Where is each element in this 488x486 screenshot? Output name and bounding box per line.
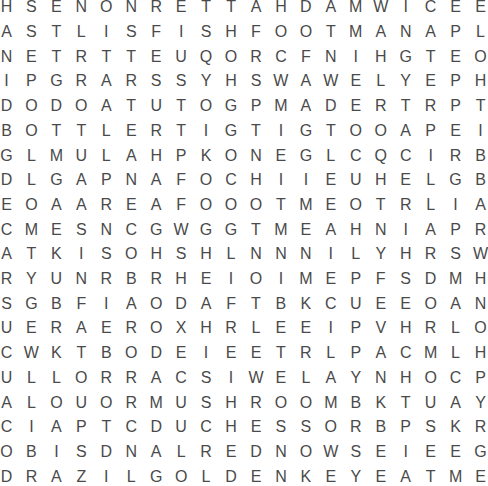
grid-cell[interactable]: N [368,366,393,391]
grid-cell[interactable]: B [368,415,393,440]
grid-cell[interactable]: L [418,193,443,218]
grid-cell[interactable]: T [244,119,269,144]
grid-cell[interactable]: N [244,143,269,168]
grid-cell[interactable]: T [119,44,144,69]
grid-cell[interactable]: A [293,69,318,94]
grid-cell[interactable]: M [293,267,318,292]
grid-cell[interactable]: N [318,44,343,69]
grid-cell[interactable]: R [144,267,169,292]
grid-cell[interactable]: R [119,316,144,341]
grid-cell[interactable]: I [293,168,318,193]
grid-cell[interactable]: H [0,0,19,20]
grid-cell[interactable]: G [293,143,318,168]
grid-cell[interactable]: O [19,94,44,119]
grid-cell[interactable]: N [119,0,144,20]
grid-cell[interactable]: R [19,464,44,486]
grid-cell[interactable]: O [368,119,393,144]
grid-cell[interactable]: M [343,20,368,45]
grid-cell[interactable]: R [94,193,119,218]
grid-cell[interactable]: O [343,119,368,144]
grid-cell[interactable]: I [169,20,194,45]
grid-cell[interactable]: E [119,193,144,218]
grid-cell[interactable]: C [343,143,368,168]
grid-cell[interactable]: C [443,366,468,391]
grid-cell[interactable]: X [169,316,194,341]
grid-cell[interactable]: E [244,464,269,486]
grid-cell[interactable]: L [194,464,219,486]
grid-cell[interactable]: D [219,464,244,486]
grid-cell[interactable]: K [44,341,69,366]
grid-cell[interactable]: K [194,143,219,168]
grid-cell[interactable]: L [343,242,368,267]
grid-cell[interactable]: G [393,44,418,69]
grid-cell[interactable]: M [318,390,343,415]
grid-cell[interactable]: O [219,193,244,218]
grid-cell[interactable]: O [293,20,318,45]
grid-cell[interactable]: E [244,415,269,440]
grid-cell[interactable]: S [343,440,368,465]
grid-cell[interactable]: A [44,193,69,218]
grid-cell[interactable]: U [69,390,94,415]
grid-cell[interactable]: E [293,316,318,341]
grid-cell[interactable]: O [19,193,44,218]
grid-cell[interactable]: I [69,242,94,267]
grid-cell[interactable]: A [44,464,69,486]
grid-cell[interactable]: A [194,291,219,316]
grid-cell[interactable]: U [169,415,194,440]
grid-cell[interactable]: H [244,168,269,193]
grid-cell[interactable]: T [318,119,343,144]
grid-cell[interactable]: N [119,440,144,465]
grid-cell[interactable]: I [44,440,69,465]
grid-cell[interactable]: A [443,291,468,316]
grid-cell[interactable]: I [19,415,44,440]
grid-cell[interactable]: L [318,341,343,366]
grid-cell[interactable]: C [393,341,418,366]
grid-cell[interactable]: W [244,366,269,391]
grid-cell[interactable]: O [194,168,219,193]
grid-cell[interactable]: R [119,390,144,415]
grid-cell[interactable]: H [219,69,244,94]
grid-cell[interactable]: P [343,341,368,366]
grid-cell[interactable]: S [244,69,269,94]
grid-cell[interactable]: R [418,316,443,341]
grid-cell[interactable]: T [44,20,69,45]
grid-cell[interactable]: R [468,217,488,242]
grid-cell[interactable]: N [393,20,418,45]
grid-cell[interactable]: L [318,143,343,168]
grid-cell[interactable]: T [194,0,219,20]
grid-cell[interactable]: E [318,464,343,486]
grid-cell[interactable]: E [19,44,44,69]
grid-cell[interactable]: H [219,415,244,440]
grid-cell[interactable]: R [94,267,119,292]
grid-cell[interactable]: K [293,464,318,486]
grid-cell[interactable]: O [194,94,219,119]
grid-cell[interactable]: L [19,366,44,391]
grid-cell[interactable]: I [393,0,418,20]
grid-cell[interactable]: T [393,390,418,415]
grid-cell[interactable]: I [94,291,119,316]
grid-cell[interactable]: L [468,20,488,45]
grid-cell[interactable]: W [268,69,293,94]
grid-cell[interactable]: N [368,217,393,242]
grid-cell[interactable]: E [44,217,69,242]
grid-cell[interactable]: B [19,440,44,465]
grid-cell[interactable]: M [268,94,293,119]
grid-cell[interactable]: A [144,366,169,391]
grid-cell[interactable]: B [119,267,144,292]
grid-cell[interactable]: P [244,94,269,119]
grid-cell[interactable]: I [393,217,418,242]
grid-cell[interactable]: H [343,217,368,242]
grid-cell[interactable]: G [144,464,169,486]
grid-cell[interactable]: B [44,291,69,316]
grid-cell[interactable]: E [19,316,44,341]
grid-cell[interactable]: M [443,267,468,292]
grid-cell[interactable]: G [19,291,44,316]
grid-cell[interactable]: F [244,20,269,45]
grid-cell[interactable]: A [368,341,393,366]
grid-cell[interactable]: C [194,415,219,440]
grid-cell[interactable]: O [468,44,488,69]
grid-cell[interactable]: P [19,69,44,94]
grid-cell[interactable]: D [169,291,194,316]
grid-cell[interactable]: R [293,341,318,366]
grid-cell[interactable]: U [343,168,368,193]
grid-cell[interactable]: E [393,291,418,316]
grid-cell[interactable]: A [94,94,119,119]
grid-cell[interactable]: S [19,20,44,45]
grid-cell[interactable]: D [144,415,169,440]
grid-cell[interactable]: D [0,464,19,486]
grid-cell[interactable]: L [443,316,468,341]
grid-cell[interactable]: O [194,193,219,218]
grid-cell[interactable]: E [418,440,443,465]
grid-cell[interactable]: H [219,390,244,415]
grid-cell[interactable]: W [318,440,343,465]
grid-cell[interactable]: F [219,291,244,316]
grid-cell[interactable]: N [468,291,488,316]
grid-cell[interactable]: F [144,20,169,45]
grid-cell[interactable]: H [144,242,169,267]
grid-cell[interactable]: O [69,366,94,391]
grid-cell[interactable]: W [19,341,44,366]
grid-cell[interactable]: N [268,242,293,267]
grid-cell[interactable]: G [219,217,244,242]
grid-cell[interactable]: E [94,316,119,341]
grid-cell[interactable]: A [94,69,119,94]
grid-cell[interactable]: D [0,94,19,119]
grid-cell[interactable]: T [268,341,293,366]
grid-cell[interactable]: D [94,440,119,465]
grid-cell[interactable]: W [368,0,393,20]
grid-cell[interactable]: S [69,440,94,465]
grid-cell[interactable]: S [393,267,418,292]
grid-cell[interactable]: T [468,94,488,119]
grid-cell[interactable]: S [194,390,219,415]
grid-cell[interactable]: L [293,366,318,391]
grid-cell[interactable]: E [343,94,368,119]
grid-cell[interactable]: Y [368,242,393,267]
grid-cell[interactable]: I [443,193,468,218]
grid-cell[interactable]: E [468,464,488,486]
grid-cell[interactable]: L [69,20,94,45]
grid-cell[interactable]: T [219,0,244,20]
grid-cell[interactable]: H [368,44,393,69]
grid-cell[interactable]: I [194,119,219,144]
grid-cell[interactable]: A [144,168,169,193]
grid-cell[interactable]: L [19,168,44,193]
grid-cell[interactable]: C [0,217,19,242]
grid-cell[interactable]: K [44,242,69,267]
grid-cell[interactable]: D [418,267,443,292]
grid-cell[interactable]: A [69,193,94,218]
grid-cell[interactable]: E [318,193,343,218]
grid-cell[interactable]: O [468,316,488,341]
grid-cell[interactable]: C [318,291,343,316]
grid-cell[interactable]: L [418,168,443,193]
grid-cell[interactable]: W [169,217,194,242]
grid-cell[interactable]: C [0,415,19,440]
grid-cell[interactable]: A [393,119,418,144]
grid-cell[interactable]: I [194,341,219,366]
grid-cell[interactable]: N [0,44,19,69]
grid-cell[interactable]: T [19,242,44,267]
grid-cell[interactable]: R [144,0,169,20]
grid-cell[interactable]: O [418,291,443,316]
grid-cell[interactable]: R [418,242,443,267]
grid-cell[interactable]: A [44,415,69,440]
grid-cell[interactable]: N [94,217,119,242]
grid-cell[interactable]: O [144,316,169,341]
grid-cell[interactable]: A [418,217,443,242]
grid-cell[interactable]: O [169,464,194,486]
grid-cell[interactable]: I [94,20,119,45]
grid-cell[interactable]: O [293,390,318,415]
grid-cell[interactable]: U [343,291,368,316]
grid-cell[interactable]: I [268,168,293,193]
grid-cell[interactable]: I [219,366,244,391]
grid-cell[interactable]: R [44,316,69,341]
grid-cell[interactable]: O [318,415,343,440]
grid-cell[interactable]: S [443,242,468,267]
grid-cell[interactable]: L [94,143,119,168]
grid-cell[interactable]: R [119,366,144,391]
grid-cell[interactable]: E [268,316,293,341]
grid-cell[interactable]: L [169,440,194,465]
grid-cell[interactable]: K [368,390,393,415]
grid-cell[interactable]: O [144,291,169,316]
grid-cell[interactable]: A [418,20,443,45]
grid-cell[interactable]: D [244,440,269,465]
grid-cell[interactable]: C [169,366,194,391]
grid-cell[interactable]: S [69,217,94,242]
grid-cell[interactable]: N [69,0,94,20]
grid-cell[interactable]: E [268,366,293,391]
grid-cell[interactable]: I [418,143,443,168]
grid-cell[interactable]: E [194,267,219,292]
grid-cell[interactable]: N [268,464,293,486]
grid-cell[interactable]: T [69,119,94,144]
grid-cell[interactable]: P [443,94,468,119]
grid-cell[interactable]: R [244,44,269,69]
grid-cell[interactable]: B [268,291,293,316]
grid-cell[interactable]: E [418,69,443,94]
grid-cell[interactable]: S [194,366,219,391]
grid-cell[interactable]: O [268,20,293,45]
grid-cell[interactable]: A [0,20,19,45]
grid-cell[interactable]: P [343,316,368,341]
grid-cell[interactable]: P [169,143,194,168]
grid-cell[interactable]: B [468,168,488,193]
grid-cell[interactable]: E [268,143,293,168]
grid-cell[interactable]: T [393,94,418,119]
grid-cell[interactable]: E [443,119,468,144]
grid-cell[interactable]: Z [69,464,94,486]
grid-cell[interactable]: P [94,168,119,193]
grid-cell[interactable]: A [443,390,468,415]
grid-cell[interactable]: R [368,94,393,119]
grid-cell[interactable]: E [368,291,393,316]
grid-cell[interactable]: M [144,390,169,415]
grid-cell[interactable]: I [268,119,293,144]
grid-cell[interactable]: A [468,193,488,218]
grid-cell[interactable]: Y [343,464,368,486]
grid-cell[interactable]: H [268,0,293,20]
grid-cell[interactable]: T [244,217,269,242]
grid-cell[interactable]: M [19,217,44,242]
grid-cell[interactable]: U [44,267,69,292]
grid-cell[interactable]: I [343,44,368,69]
grid-cell[interactable]: T [44,44,69,69]
grid-cell[interactable]: N [268,440,293,465]
grid-cell[interactable]: B [343,390,368,415]
grid-cell[interactable]: I [268,267,293,292]
grid-cell[interactable]: O [94,390,119,415]
grid-cell[interactable]: K [443,415,468,440]
grid-cell[interactable]: O [418,366,443,391]
grid-cell[interactable]: O [19,119,44,144]
grid-cell[interactable]: G [44,168,69,193]
grid-cell[interactable]: T [119,94,144,119]
grid-cell[interactable]: T [318,20,343,45]
grid-cell[interactable]: A [0,242,19,267]
grid-cell[interactable]: G [144,217,169,242]
grid-cell[interactable]: A [318,0,343,20]
grid-cell[interactable]: H [144,143,169,168]
grid-cell[interactable]: T [418,464,443,486]
grid-cell[interactable]: F [293,44,318,69]
grid-cell[interactable]: G [44,69,69,94]
grid-cell[interactable]: E [468,0,488,20]
grid-cell[interactable]: R [0,267,19,292]
grid-cell[interactable]: U [0,316,19,341]
grid-cell[interactable]: E [443,0,468,20]
grid-cell[interactable]: H [368,168,393,193]
grid-cell[interactable]: R [194,440,219,465]
grid-cell[interactable]: E [219,341,244,366]
grid-cell[interactable]: N [69,267,94,292]
grid-cell[interactable]: U [169,390,194,415]
grid-cell[interactable]: E [368,464,393,486]
grid-cell[interactable]: T [69,341,94,366]
grid-cell[interactable]: M [443,464,468,486]
grid-cell[interactable]: R [418,94,443,119]
grid-cell[interactable]: T [94,44,119,69]
grid-cell[interactable]: O [94,0,119,20]
grid-cell[interactable]: G [468,440,488,465]
grid-cell[interactable]: A [293,94,318,119]
grid-cell[interactable]: S [119,20,144,45]
grid-cell[interactable]: T [368,193,393,218]
grid-cell[interactable]: K [293,291,318,316]
grid-cell[interactable]: O [343,193,368,218]
grid-cell[interactable]: E [393,168,418,193]
grid-cell[interactable]: A [69,316,94,341]
grid-cell[interactable]: O [268,390,293,415]
grid-cell[interactable]: D [0,168,19,193]
grid-cell[interactable]: M [293,193,318,218]
grid-cell[interactable]: P [418,119,443,144]
grid-cell[interactable]: E [169,0,194,20]
grid-cell[interactable]: L [94,119,119,144]
grid-cell[interactable]: M [343,0,368,20]
grid-cell[interactable]: H [468,69,488,94]
grid-cell[interactable]: E [318,168,343,193]
grid-cell[interactable]: H [393,242,418,267]
grid-cell[interactable]: N [244,242,269,267]
grid-cell[interactable]: I [318,316,343,341]
grid-cell[interactable]: T [244,291,269,316]
grid-cell[interactable]: G [219,94,244,119]
grid-cell[interactable]: S [94,242,119,267]
grid-cell[interactable]: R [144,119,169,144]
grid-cell[interactable]: S [0,291,19,316]
grid-cell[interactable]: C [119,217,144,242]
grid-cell[interactable]: B [468,143,488,168]
grid-cell[interactable]: Y [468,390,488,415]
grid-cell[interactable]: E [144,44,169,69]
grid-cell[interactable]: C [418,0,443,20]
grid-cell[interactable]: S [418,415,443,440]
grid-cell[interactable]: S [169,242,194,267]
grid-cell[interactable]: R [443,143,468,168]
grid-cell[interactable]: E [219,440,244,465]
grid-cell[interactable]: D [293,0,318,20]
grid-cell[interactable]: I [0,69,19,94]
grid-cell[interactable]: I [468,119,488,144]
grid-cell[interactable]: O [219,143,244,168]
grid-cell[interactable]: T [44,119,69,144]
grid-cell[interactable]: E [318,267,343,292]
grid-cell[interactable]: L [19,390,44,415]
grid-cell[interactable]: P [443,217,468,242]
grid-cell[interactable]: G [194,217,219,242]
grid-cell[interactable]: C [219,168,244,193]
grid-cell[interactable]: E [443,440,468,465]
grid-cell[interactable]: C [393,143,418,168]
grid-cell[interactable]: C [268,44,293,69]
grid-cell[interactable]: U [144,94,169,119]
grid-cell[interactable]: S [194,20,219,45]
grid-cell[interactable]: A [119,291,144,316]
grid-cell[interactable]: E [44,0,69,20]
grid-cell[interactable]: I [318,242,343,267]
grid-cell[interactable]: W [468,242,488,267]
grid-cell[interactable]: H [468,267,488,292]
grid-cell[interactable]: G [443,168,468,193]
